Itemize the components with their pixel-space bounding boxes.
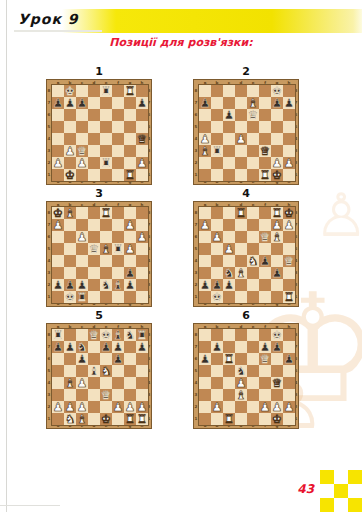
square-e4	[100, 133, 112, 145]
rank-label-3: 3	[47, 393, 51, 397]
white-bishop: ♝	[64, 207, 76, 219]
square-d8: ♜	[235, 207, 247, 219]
square-b5	[211, 243, 223, 255]
chess-diagram-3: 3aabbccddeeffgghh8877665544332211♚♝♜♟♟♟♟…	[46, 188, 152, 307]
square-c2: ♟	[76, 157, 88, 169]
square-h1	[283, 169, 295, 181]
white-pawn: ♟	[64, 145, 76, 157]
square-e6	[247, 353, 259, 365]
black-queen: ♛	[88, 329, 100, 341]
square-g7	[124, 341, 136, 353]
square-h1: ♜	[136, 413, 148, 425]
checker-cell	[320, 470, 334, 484]
white-rook: ♜	[124, 85, 136, 97]
square-e3	[247, 145, 259, 157]
square-e7	[100, 97, 112, 109]
square-f2	[259, 279, 271, 291]
square-e1	[100, 169, 112, 181]
square-b6	[64, 109, 76, 121]
file-label-f: f	[262, 81, 268, 85]
white-pawn: ♟	[76, 377, 88, 389]
square-h8	[136, 207, 148, 219]
square-a1	[199, 413, 211, 425]
square-h1	[136, 169, 148, 181]
lesson-banner	[62, 9, 362, 33]
black-rook: ♜	[100, 85, 112, 97]
black-king: ♚	[64, 291, 76, 303]
square-d3	[88, 145, 100, 157]
square-a1	[52, 413, 64, 425]
white-pawn: ♟	[76, 231, 88, 243]
square-f6: ♛	[259, 231, 271, 243]
rank-label-8: 8	[47, 89, 51, 93]
white-bishop: ♝	[271, 231, 283, 243]
file-label-b: b	[214, 203, 220, 207]
square-f7	[112, 97, 124, 109]
white-bishop: ♝	[199, 145, 211, 157]
white-queen: ♛	[271, 377, 283, 389]
square-d4: ♟	[235, 133, 247, 145]
square-f2	[112, 157, 124, 169]
square-f6: ♟	[112, 353, 124, 365]
square-a1	[52, 291, 64, 303]
square-h6	[136, 109, 148, 121]
square-h8	[283, 329, 295, 341]
square-h4	[283, 377, 295, 389]
square-d8	[235, 85, 247, 97]
checker-cell	[320, 498, 334, 512]
square-a2	[199, 157, 211, 169]
square-c6: ♟	[76, 353, 88, 365]
square-d5: ♝	[88, 365, 100, 377]
square-b3: ♟	[64, 145, 76, 157]
square-a7: ♟	[52, 341, 64, 353]
square-f4: ♟	[259, 255, 271, 267]
square-g6	[124, 109, 136, 121]
square-e5: ♞	[100, 365, 112, 377]
square-c5	[223, 121, 235, 133]
board-frame: aabbccddeeffgghh8877665544332211♚♟♟♟♟♜♛♟…	[193, 323, 299, 429]
square-e5	[247, 121, 259, 133]
square-h5	[136, 365, 148, 377]
board-squares: ♜♜♚♟♟♟♟♛♝♟♞♟♛♞♝♟♟♟♟♚♜	[199, 207, 295, 303]
square-e5: ♝	[100, 243, 112, 255]
rank-label-4: 4	[194, 381, 198, 385]
rank-label-7: 7	[194, 101, 198, 105]
black-pawn: ♟	[211, 341, 223, 353]
square-b1: ♞	[64, 413, 76, 425]
square-f3	[259, 267, 271, 279]
white-pawn: ♟	[52, 219, 64, 231]
page-scan-edge	[6, 0, 7, 512]
checker-cell	[348, 498, 362, 512]
black-queen: ♛	[259, 231, 271, 243]
rank-label-8: 8	[194, 211, 198, 215]
rank-label-3: 3	[47, 271, 51, 275]
board-squares: ♚♟♟♟♟♜♛♟♞♟♛♝♟♟♟♟♜♚	[199, 329, 295, 425]
square-e1	[247, 413, 259, 425]
square-b5	[211, 365, 223, 377]
rank-label-2: 2	[47, 405, 51, 409]
square-h2	[136, 279, 148, 291]
white-pawn: ♟	[223, 243, 235, 255]
black-pawn: ♟	[283, 353, 295, 365]
square-d7	[235, 97, 247, 109]
square-d2	[88, 157, 100, 169]
square-g4: ♛	[271, 377, 283, 389]
square-a5	[52, 243, 64, 255]
white-pawn: ♟	[283, 157, 295, 169]
square-c6: ♜	[223, 353, 235, 365]
white-pawn: ♟	[199, 219, 211, 231]
square-f5	[259, 121, 271, 133]
board-squares: ♚♝♜♟♟♟♟♛♝♜♟♟♟♟♟♞♝♟♚♜	[52, 207, 148, 303]
checker-cell	[334, 484, 348, 498]
square-b6	[211, 353, 223, 365]
square-d3	[88, 389, 100, 401]
square-b5	[64, 243, 76, 255]
black-pawn: ♟	[100, 341, 112, 353]
black-knight: ♞	[100, 279, 112, 291]
diagram-number: 5	[46, 310, 152, 322]
black-pawn: ♟	[271, 97, 283, 109]
square-c1	[76, 169, 88, 181]
square-a5	[52, 365, 64, 377]
rank-label-8: 8	[194, 333, 198, 337]
rank-label-7: 7	[47, 345, 51, 349]
square-d7	[235, 341, 247, 353]
black-pawn: ♟	[52, 341, 64, 353]
square-h7: ♟	[283, 219, 295, 231]
rank-label-5: 5	[194, 247, 198, 251]
white-rook: ♜	[283, 291, 295, 303]
square-f4	[112, 377, 124, 389]
rank-label-1: 1	[47, 295, 51, 299]
white-bishop: ♝	[64, 377, 76, 389]
file-label-h: h	[139, 203, 145, 207]
black-queen: ♛	[247, 109, 259, 121]
white-pawn: ♟	[211, 231, 223, 243]
square-b5	[64, 121, 76, 133]
square-a8	[199, 329, 211, 341]
square-b8	[211, 207, 223, 219]
square-h6	[283, 109, 295, 121]
square-f1	[112, 413, 124, 425]
white-queen: ♛	[136, 133, 148, 145]
square-g7: ♟	[271, 341, 283, 353]
lesson-underline	[14, 30, 102, 32]
square-f8	[112, 207, 124, 219]
square-e1	[247, 291, 259, 303]
square-c8	[223, 85, 235, 97]
file-label-g: g	[127, 203, 133, 207]
rank-label-8: 8	[47, 333, 51, 337]
square-f2: ♝	[112, 279, 124, 291]
rank-label-3: 3	[194, 271, 198, 275]
square-d1	[88, 413, 100, 425]
white-pawn: ♟	[259, 401, 271, 413]
white-rook: ♜	[223, 413, 235, 425]
square-e8	[247, 207, 259, 219]
square-e6	[100, 109, 112, 121]
file-label-a: a	[202, 203, 208, 207]
rank-label-4: 4	[194, 259, 198, 263]
square-d7	[235, 219, 247, 231]
page-subtitle: Позиції для розв'язки:	[0, 36, 362, 49]
chess-diagram-1: 1aabbccddeeffgghh8877665544332211♚♜♜♟♟♟♟…	[46, 66, 152, 185]
white-rook: ♜	[124, 169, 136, 181]
square-d2	[235, 279, 247, 291]
square-h6: ♟	[136, 231, 148, 243]
square-e3	[247, 267, 259, 279]
square-a6	[52, 353, 64, 365]
square-c6: ♟	[76, 231, 88, 243]
black-pawn: ♟	[64, 341, 76, 353]
square-g7	[124, 97, 136, 109]
square-d1	[235, 169, 247, 181]
square-e8: ♜	[100, 85, 112, 97]
black-rook: ♜	[100, 157, 112, 169]
square-h4: ♛	[283, 255, 295, 267]
square-a2: ♟	[52, 401, 64, 413]
file-label-f: f	[115, 81, 121, 85]
black-pawn: ♟	[199, 97, 211, 109]
lesson-label: Урок 9	[18, 11, 79, 27]
square-h1	[136, 291, 148, 303]
square-a5	[199, 243, 211, 255]
square-f7	[112, 219, 124, 231]
square-f8	[259, 85, 271, 97]
white-rook: ♜	[136, 413, 148, 425]
square-h1	[283, 413, 295, 425]
square-f4	[112, 133, 124, 145]
black-queen: ♛	[100, 389, 112, 401]
rank-label-6: 6	[47, 235, 51, 239]
square-b8	[211, 85, 223, 97]
file-label-c: c	[226, 325, 232, 329]
rank-label-5: 5	[47, 247, 51, 251]
black-pawn: ♟	[199, 353, 211, 365]
board-frame: aabbccddeeffgghh8877665544332211♜♜♚♟♟♟♟♛…	[193, 201, 299, 307]
chess-diagram-5: 5aabbccddeeffgghh8877665544332211♜♛♚♝♞♜♟…	[46, 310, 152, 429]
black-bishop: ♝	[112, 279, 124, 291]
square-f3	[112, 145, 124, 157]
square-e2	[247, 279, 259, 291]
square-e4: ♞	[247, 255, 259, 267]
square-a5	[52, 121, 64, 133]
square-d3	[88, 267, 100, 279]
square-f1: ♜	[259, 169, 271, 181]
square-g6: ♝	[271, 231, 283, 243]
square-h7: ♟	[136, 97, 148, 109]
square-e7	[247, 219, 259, 231]
square-a4	[52, 255, 64, 267]
rank-label-8: 8	[47, 211, 51, 215]
square-e4	[100, 255, 112, 267]
rank-label-8: 8	[194, 89, 198, 93]
black-queen: ♛	[88, 243, 100, 255]
white-rook: ♜	[124, 413, 136, 425]
rank-label-6: 6	[47, 113, 51, 117]
file-label-c: c	[226, 81, 232, 85]
square-e5	[247, 365, 259, 377]
rank-label-4: 4	[47, 259, 51, 263]
square-c2	[223, 157, 235, 169]
square-b6: ♟	[211, 231, 223, 243]
square-h3	[136, 267, 148, 279]
rank-label-7: 7	[194, 223, 198, 227]
square-c1: ♜	[223, 413, 235, 425]
square-e2: ♞	[100, 279, 112, 291]
square-a4	[199, 255, 211, 267]
black-pawn: ♟	[271, 267, 283, 279]
square-a5	[199, 365, 211, 377]
white-bishop: ♝	[235, 389, 247, 401]
square-h7: ♟	[136, 341, 148, 353]
square-e2	[247, 157, 259, 169]
square-c4	[223, 377, 235, 389]
square-g5: ♟	[124, 243, 136, 255]
square-b6	[64, 353, 76, 365]
square-g6	[271, 353, 283, 365]
square-e4	[247, 133, 259, 145]
square-a4	[199, 377, 211, 389]
rank-label-5: 5	[194, 125, 198, 129]
square-b1: ♚	[64, 291, 76, 303]
file-label-a: a	[202, 81, 208, 85]
white-pawn: ♟	[76, 157, 88, 169]
square-d8: ♛	[88, 329, 100, 341]
square-b7: ♟	[64, 341, 76, 353]
checker-cell	[334, 470, 348, 484]
black-pawn: ♟	[223, 109, 235, 121]
file-label-b: b	[214, 325, 220, 329]
square-b6	[211, 109, 223, 121]
diagram-number: 4	[193, 188, 299, 200]
black-pawn: ♟	[112, 353, 124, 365]
square-h2: ♟	[283, 157, 295, 169]
square-c1: ♝	[76, 413, 88, 425]
square-c3	[223, 145, 235, 157]
square-c7: ♟	[76, 97, 88, 109]
square-b4: ♝	[64, 377, 76, 389]
chess-diagram-6: 6aabbccddeeffgghh8877665544332211♚♟♟♟♟♜♛…	[193, 310, 299, 429]
square-g1: ♜	[124, 169, 136, 181]
square-f5: ♜	[112, 243, 124, 255]
square-a6	[52, 109, 64, 121]
square-g7: ♟	[271, 97, 283, 109]
white-bishop: ♝	[76, 413, 88, 425]
square-h4: ♛	[136, 133, 148, 145]
file-label-b: b	[214, 81, 220, 85]
square-g1: ♚	[271, 169, 283, 181]
file-label-c: c	[79, 203, 85, 207]
square-h1: ♜	[283, 291, 295, 303]
square-h7: ♟	[283, 97, 295, 109]
corner-checker-decoration	[320, 470, 362, 512]
square-c7	[223, 219, 235, 231]
square-h3	[283, 267, 295, 279]
black-pawn: ♟	[76, 97, 88, 109]
square-e1	[100, 291, 112, 303]
square-g8: ♞	[124, 329, 136, 341]
square-d8	[88, 207, 100, 219]
square-b4	[64, 255, 76, 267]
chess-diagram-4: 4aabbccddeeffgghh8877665544332211♜♜♚♟♟♟♟…	[193, 188, 299, 307]
square-d1	[88, 169, 100, 181]
square-h6: ♟	[283, 353, 295, 365]
square-f6	[259, 109, 271, 121]
square-f1	[259, 291, 271, 303]
square-d2	[88, 279, 100, 291]
rank-label-6: 6	[194, 113, 198, 117]
rank-label-7: 7	[47, 101, 51, 105]
white-knight: ♞	[247, 255, 259, 267]
square-a1	[52, 169, 64, 181]
white-pawn: ♟	[112, 401, 124, 413]
white-king: ♚	[100, 413, 112, 425]
square-g5	[271, 243, 283, 255]
square-a7: ♟	[52, 219, 64, 231]
rank-label-2: 2	[47, 161, 51, 165]
file-label-c: c	[79, 81, 85, 85]
rank-label-2: 2	[194, 283, 198, 287]
square-a7: ♟	[52, 97, 64, 109]
square-f4	[259, 377, 271, 389]
square-d3: ♝	[235, 267, 247, 279]
file-label-c: c	[79, 325, 85, 329]
square-d5: ♛	[88, 243, 100, 255]
white-pawn: ♟	[52, 401, 64, 413]
square-d6	[235, 231, 247, 243]
black-rook: ♜	[76, 291, 88, 303]
square-c6: ♟	[223, 109, 235, 121]
square-c5: ♟	[223, 243, 235, 255]
white-knight: ♞	[100, 365, 112, 377]
black-rook: ♜	[112, 243, 124, 255]
square-d7	[88, 341, 100, 353]
square-d1	[235, 413, 247, 425]
square-b2	[211, 157, 223, 169]
square-h2: ♟	[283, 401, 295, 413]
black-knight: ♞	[124, 329, 136, 341]
chess-diagram-2: 2aabbccddeeffgghh8877665544332211♚♟♝♟♟♟♛…	[193, 66, 299, 185]
square-b5	[211, 121, 223, 133]
file-label-a: a	[55, 81, 61, 85]
square-e1: ♚	[100, 413, 112, 425]
square-a2	[199, 401, 211, 413]
black-queen: ♛	[259, 353, 271, 365]
square-h5	[283, 365, 295, 377]
diagram-number: 3	[46, 188, 152, 200]
square-c5	[76, 121, 88, 133]
square-f1	[112, 291, 124, 303]
square-g2	[271, 279, 283, 291]
rank-label-6: 6	[47, 357, 51, 361]
board-frame: aabbccddeeffgghh8877665544332211♚♜♜♟♟♟♟♛…	[46, 79, 152, 185]
rank-label-2: 2	[194, 405, 198, 409]
square-f4	[112, 255, 124, 267]
black-pawn: ♟	[76, 353, 88, 365]
diagram-grid: 1aabbccddeeffgghh8877665544332211♚♜♜♟♟♟♟…	[46, 66, 299, 429]
square-d4	[88, 133, 100, 145]
white-pawn: ♟	[283, 401, 295, 413]
board-frame: aabbccddeeffgghh8877665544332211♜♛♚♝♞♜♟♟…	[46, 323, 152, 429]
square-a7: ♟	[199, 97, 211, 109]
rank-label-2: 2	[47, 283, 51, 287]
square-g3: ♟	[271, 267, 283, 279]
white-rook: ♜	[223, 353, 235, 365]
